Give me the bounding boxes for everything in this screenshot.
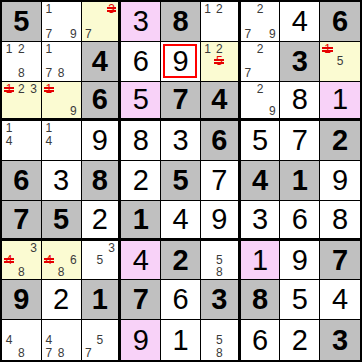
cell-r2c5[interactable]: 9 bbox=[161, 42, 201, 82]
given-digit: 5 bbox=[161, 161, 200, 200]
solved-digit: 2 bbox=[121, 161, 160, 200]
cell-r9c4[interactable]: 9 bbox=[121, 320, 161, 360]
candidate: 8 bbox=[15, 266, 27, 278]
cell-r2c8[interactable]: 3 bbox=[280, 42, 320, 82]
cell-r6c1[interactable]: 7 bbox=[2, 201, 42, 241]
cell-r9c9[interactable]: 3 bbox=[320, 320, 360, 360]
cell-r9c6[interactable]: 58 bbox=[201, 320, 241, 360]
cell-r4c1[interactable]: 14 bbox=[2, 121, 42, 161]
pencil-marks: 384 bbox=[3, 242, 40, 279]
eliminated-candidate: 1 bbox=[3, 83, 15, 95]
candidate: 7 bbox=[43, 346, 55, 359]
cell-r3c1[interactable]: 231 bbox=[2, 82, 42, 122]
solved-digit: 3 bbox=[161, 121, 200, 160]
solved-digit: 5 bbox=[121, 82, 160, 119]
cell-r8c9[interactable]: 4 bbox=[320, 280, 360, 320]
pencil-marks: 14 bbox=[43, 122, 80, 159]
cell-r3c9[interactable]: 1 bbox=[320, 82, 360, 122]
cell-r6c5[interactable]: 4 bbox=[161, 201, 201, 241]
pencil-marks: 57 bbox=[83, 321, 118, 359]
cell-r5c3[interactable]: 8 bbox=[82, 161, 122, 201]
given-digit: 1 bbox=[82, 280, 119, 319]
cell-r1c8[interactable]: 4 bbox=[280, 2, 320, 42]
given-digit: 4 bbox=[82, 42, 119, 81]
cell-r4c6[interactable]: 6 bbox=[201, 121, 241, 161]
cell-r5c5[interactable]: 5 bbox=[161, 161, 201, 201]
solved-digit: 1 bbox=[320, 82, 360, 119]
cell-r9c3[interactable]: 57 bbox=[82, 320, 122, 360]
cell-r9c2[interactable]: 478 bbox=[42, 320, 82, 360]
cell-r7c7[interactable]: 1 bbox=[241, 241, 281, 281]
solved-digit: 6 bbox=[241, 320, 280, 360]
cell-r5c6[interactable]: 7 bbox=[201, 161, 241, 201]
pencil-marks: 58 bbox=[202, 321, 237, 359]
cell-r8c4[interactable]: 7 bbox=[121, 280, 161, 320]
cell-r8c1[interactable]: 9 bbox=[2, 280, 42, 320]
candidate: 4 bbox=[3, 135, 15, 147]
cell-r6c7[interactable]: 3 bbox=[241, 201, 281, 241]
candidate: 2 bbox=[15, 83, 27, 95]
cell-r1c6[interactable]: 12 bbox=[201, 2, 241, 42]
cell-r6c6[interactable]: 9 bbox=[201, 201, 241, 241]
candidate: 8 bbox=[55, 67, 67, 79]
sudoku-app: 5179733812279461281784691252735123191657… bbox=[0, 0, 362, 362]
cell-r3c6[interactable]: 4 bbox=[201, 82, 241, 122]
cell-r1c7[interactable]: 279 bbox=[241, 2, 281, 42]
given-digit: 3 bbox=[201, 280, 238, 319]
candidate: 9 bbox=[266, 105, 278, 117]
cell-r5c4[interactable]: 2 bbox=[121, 161, 161, 201]
candidate: 4 bbox=[43, 135, 55, 147]
cell-r8c5[interactable]: 6 bbox=[161, 280, 201, 320]
cell-r7c3[interactable]: 35 bbox=[82, 241, 122, 281]
candidate: 5 bbox=[94, 334, 106, 347]
cell-r3c7[interactable]: 29 bbox=[241, 82, 281, 122]
solved-digit: 4 bbox=[320, 280, 360, 319]
cell-r5c2[interactable]: 3 bbox=[42, 161, 82, 201]
candidate: 8 bbox=[15, 346, 27, 359]
candidate: 7 bbox=[43, 67, 55, 79]
given-digit: 4 bbox=[201, 82, 238, 119]
cell-r1c3[interactable]: 73 bbox=[82, 2, 122, 42]
given-digit: 2 bbox=[161, 241, 200, 280]
pencil-marks: 179 bbox=[43, 3, 80, 40]
pencil-marks: 73 bbox=[83, 3, 118, 40]
cell-r1c9[interactable]: 6 bbox=[320, 2, 360, 42]
solved-digit: 6 bbox=[161, 280, 200, 319]
candidate: 1 bbox=[3, 122, 15, 134]
given-digit: 5 bbox=[42, 201, 81, 238]
cell-r8c3[interactable]: 1 bbox=[82, 280, 122, 320]
candidate: 3 bbox=[106, 242, 118, 254]
sudoku-board: 5179733812279461281784691252735123191657… bbox=[0, 0, 362, 362]
cell-r3c2[interactable]: 91 bbox=[42, 82, 82, 122]
cell-r4c7[interactable]: 5 bbox=[241, 121, 281, 161]
cell-r7c8[interactable]: 9 bbox=[280, 241, 320, 281]
cell-r7c6[interactable]: 58 bbox=[201, 241, 241, 281]
cell-r6c4[interactable]: 1 bbox=[121, 201, 161, 241]
solved-digit: 7 bbox=[201, 161, 238, 200]
candidate: 8 bbox=[213, 266, 225, 278]
candidate: 5 bbox=[334, 55, 347, 67]
pencil-marks: 279 bbox=[242, 3, 279, 40]
candidate: 4 bbox=[3, 334, 15, 347]
cell-r3c3[interactable]: 6 bbox=[82, 82, 122, 122]
cell-r6c3[interactable]: 2 bbox=[82, 201, 122, 241]
cell-r4c8[interactable]: 7 bbox=[280, 121, 320, 161]
pencil-marks: 14 bbox=[3, 122, 40, 159]
solved-digit: 3 bbox=[121, 2, 160, 41]
candidate: 6 bbox=[67, 254, 79, 266]
candidate: 2 bbox=[15, 43, 27, 55]
cell-r1c1[interactable]: 5 bbox=[2, 2, 42, 42]
cell-r3c8[interactable]: 8 bbox=[280, 82, 320, 122]
solved-digit: 4 bbox=[121, 241, 160, 280]
cell-r7c5[interactable]: 2 bbox=[161, 241, 201, 281]
given-digit: 7 bbox=[2, 201, 41, 238]
cell-r8c2[interactable]: 2 bbox=[42, 280, 82, 320]
cell-r1c4[interactable]: 3 bbox=[121, 2, 161, 42]
solved-digit: 8 bbox=[121, 121, 160, 160]
given-digit: 3 bbox=[280, 42, 319, 81]
solved-digit: 3 bbox=[42, 161, 81, 200]
candidate: 5 bbox=[94, 254, 106, 266]
candidate: 5 bbox=[213, 334, 225, 347]
cell-r4c2[interactable]: 14 bbox=[42, 121, 82, 161]
cell-r5c9[interactable]: 9 bbox=[320, 161, 360, 201]
solved-digit: 9 bbox=[161, 42, 200, 81]
pencil-marks: 91 bbox=[43, 83, 80, 118]
pencil-marks: 48 bbox=[3, 321, 40, 359]
given-digit: 8 bbox=[82, 161, 119, 200]
eliminated-candidate: 4 bbox=[43, 254, 55, 266]
solved-digit: 1 bbox=[241, 241, 280, 280]
cell-r9c7[interactable]: 6 bbox=[241, 320, 281, 360]
solved-digit: 2 bbox=[280, 320, 319, 360]
candidate: 8 bbox=[55, 266, 67, 278]
solved-digit: 4 bbox=[280, 2, 319, 41]
eliminated-candidate: 1 bbox=[43, 83, 55, 95]
candidate: 1 bbox=[202, 3, 214, 15]
solved-digit: 9 bbox=[121, 320, 160, 360]
cell-r5c8[interactable]: 1 bbox=[280, 161, 320, 201]
solved-digit: 8 bbox=[320, 201, 360, 238]
pencil-marks: 29 bbox=[242, 83, 279, 118]
solved-digit: 5 bbox=[241, 121, 280, 160]
cell-r7c9[interactable]: 7 bbox=[320, 241, 360, 281]
given-digit: 5 bbox=[2, 2, 41, 41]
given-digit: 7 bbox=[320, 241, 360, 280]
candidate: 7 bbox=[83, 28, 95, 40]
given-digit: 6 bbox=[201, 121, 238, 160]
pencil-marks: 128 bbox=[3, 43, 40, 80]
solved-digit: 9 bbox=[201, 201, 238, 238]
candidate: 1 bbox=[43, 122, 55, 134]
candidate: 9 bbox=[67, 105, 79, 117]
solved-digit: 5 bbox=[280, 280, 319, 319]
given-digit: 8 bbox=[161, 2, 200, 41]
given-digit: 9 bbox=[2, 280, 41, 319]
candidate: 1 bbox=[3, 43, 15, 55]
cell-r2c9[interactable]: 51 bbox=[320, 42, 360, 82]
candidate: 2 bbox=[254, 83, 266, 95]
pencil-marks: 231 bbox=[3, 83, 40, 118]
candidate: 7 bbox=[83, 346, 95, 359]
cell-r2c7[interactable]: 27 bbox=[241, 42, 281, 82]
candidate: 1 bbox=[43, 3, 55, 15]
eliminated-candidate: 4 bbox=[3, 254, 15, 266]
cell-r8c7[interactable]: 8 bbox=[241, 280, 281, 320]
given-digit: 6 bbox=[82, 82, 119, 119]
solved-digit: 2 bbox=[42, 280, 81, 319]
pencil-marks: 27 bbox=[242, 43, 279, 80]
cell-r1c5[interactable]: 8 bbox=[161, 2, 201, 42]
solved-digit: 4 bbox=[161, 201, 200, 238]
solved-digit: 3 bbox=[241, 201, 280, 238]
cell-r6c8[interactable]: 6 bbox=[280, 201, 320, 241]
cell-r5c1[interactable]: 6 bbox=[2, 161, 42, 201]
cell-r5c7[interactable]: 4 bbox=[241, 161, 281, 201]
cell-r4c9[interactable]: 2 bbox=[320, 121, 360, 161]
cell-r2c3[interactable]: 4 bbox=[82, 42, 122, 82]
cell-r4c4[interactable]: 8 bbox=[121, 121, 161, 161]
candidate: 8 bbox=[55, 346, 67, 359]
cell-r2c4[interactable]: 6 bbox=[121, 42, 161, 82]
cell-r8c8[interactable]: 5 bbox=[280, 280, 320, 320]
solved-digit: 7 bbox=[280, 121, 319, 160]
solved-digit: 8 bbox=[280, 82, 319, 119]
cell-r3c4[interactable]: 5 bbox=[121, 82, 161, 122]
cell-r4c5[interactable]: 3 bbox=[161, 121, 201, 161]
pencil-marks: 478 bbox=[43, 321, 80, 359]
cell-r4c3[interactable]: 9 bbox=[82, 121, 122, 161]
solved-digit: 6 bbox=[121, 42, 160, 81]
candidate: 8 bbox=[213, 346, 225, 359]
pencil-marks: 51 bbox=[321, 43, 359, 80]
given-digit: 8 bbox=[241, 280, 280, 319]
cell-r7c1[interactable]: 384 bbox=[2, 241, 42, 281]
solved-digit: 6 bbox=[280, 201, 319, 238]
given-digit: 6 bbox=[320, 2, 360, 41]
candidate: 2 bbox=[254, 43, 266, 55]
candidate: 2 bbox=[254, 3, 266, 15]
cell-r1c2[interactable]: 179 bbox=[42, 2, 82, 42]
cell-r6c2[interactable]: 5 bbox=[42, 201, 82, 241]
candidate: 1 bbox=[43, 43, 55, 55]
cell-r2c1[interactable]: 128 bbox=[2, 42, 42, 82]
candidate: 3 bbox=[28, 83, 40, 95]
candidate: 7 bbox=[43, 28, 55, 40]
candidate: 1 bbox=[202, 43, 214, 55]
given-digit: 7 bbox=[161, 82, 200, 119]
candidate: 3 bbox=[28, 242, 40, 254]
cell-r2c6[interactable]: 125 bbox=[201, 42, 241, 82]
candidate: 9 bbox=[266, 28, 278, 40]
cell-r6c9[interactable]: 8 bbox=[320, 201, 360, 241]
given-digit: 4 bbox=[241, 161, 280, 200]
given-digit: 7 bbox=[121, 280, 160, 319]
given-digit: 1 bbox=[121, 201, 160, 238]
candidate: 9 bbox=[67, 28, 79, 40]
pencil-marks: 58 bbox=[202, 242, 237, 279]
cell-r3c5[interactable]: 7 bbox=[161, 82, 201, 122]
given-digit: 3 bbox=[320, 320, 360, 360]
solved-digit: 9 bbox=[280, 241, 319, 280]
solved-digit: 1 bbox=[161, 320, 200, 360]
pencil-marks: 125 bbox=[202, 43, 237, 80]
solved-digit: 9 bbox=[320, 161, 360, 200]
candidate: 7 bbox=[242, 28, 254, 40]
cell-r9c8[interactable]: 2 bbox=[280, 320, 320, 360]
cell-r9c1[interactable]: 48 bbox=[2, 320, 42, 360]
candidate: 8 bbox=[15, 67, 27, 79]
solved-digit: 9 bbox=[82, 121, 119, 160]
given-digit: 6 bbox=[2, 161, 41, 200]
eliminated-candidate: 1 bbox=[321, 43, 334, 55]
eliminated-candidate: 3 bbox=[106, 3, 118, 15]
cell-r2c2[interactable]: 178 bbox=[42, 42, 82, 82]
candidate: 7 bbox=[242, 67, 254, 79]
cell-r7c4[interactable]: 4 bbox=[121, 241, 161, 281]
cell-r8c6[interactable]: 3 bbox=[201, 280, 241, 320]
eliminated-candidate: 5 bbox=[213, 55, 225, 67]
given-digit: 1 bbox=[280, 161, 319, 200]
candidate: 4 bbox=[43, 334, 55, 347]
pencil-marks: 35 bbox=[83, 242, 118, 279]
cell-r7c2[interactable]: 684 bbox=[42, 241, 82, 281]
solved-digit: 2 bbox=[82, 201, 119, 238]
pencil-marks: 684 bbox=[43, 242, 80, 279]
given-digit: 2 bbox=[320, 121, 360, 160]
candidate: 2 bbox=[213, 3, 225, 15]
cell-r9c5[interactable]: 1 bbox=[161, 320, 201, 360]
pencil-marks: 178 bbox=[43, 43, 80, 80]
pencil-marks: 12 bbox=[202, 3, 237, 40]
